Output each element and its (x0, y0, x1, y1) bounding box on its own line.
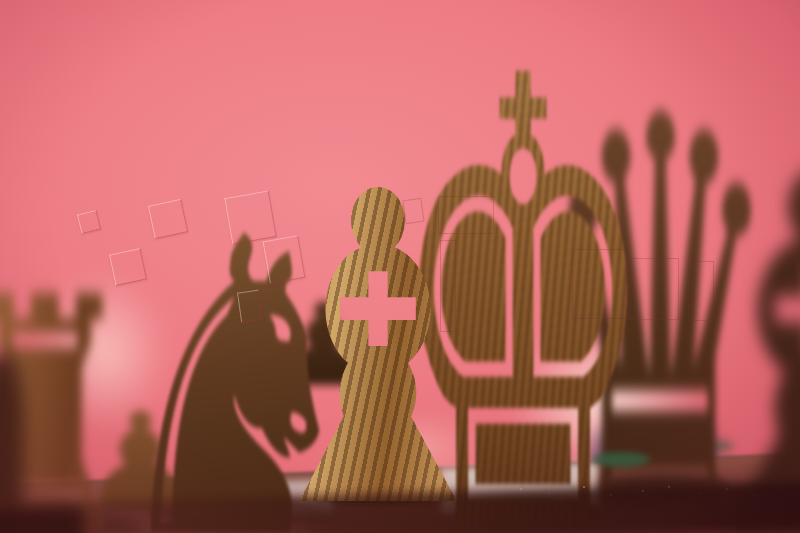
watermark-square (402, 198, 424, 224)
watermark-square (148, 199, 188, 239)
watermark-square (109, 248, 147, 286)
watermark-square (688, 261, 714, 321)
chess-photo: ♝ ♛ ♟ ♚ ♝ ♟ ♞ ♜ (0, 0, 800, 533)
watermark-layer (0, 0, 800, 533)
watermark-square (629, 258, 679, 320)
watermark-square (438, 196, 494, 234)
watermark-square (263, 235, 306, 284)
watermark-square (77, 210, 101, 234)
watermark-square (224, 190, 276, 244)
watermark-square (572, 249, 628, 319)
watermark-square (440, 240, 456, 332)
watermark-square (237, 290, 263, 323)
